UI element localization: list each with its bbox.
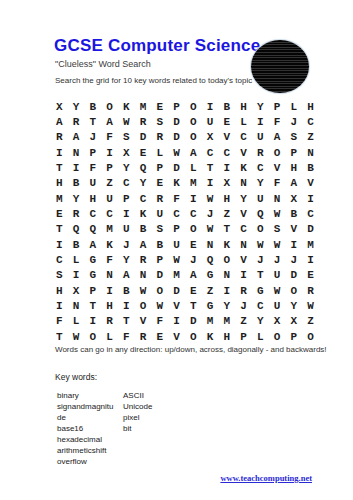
grid-cell: E — [152, 329, 169, 344]
grid-cell: Z — [302, 314, 319, 329]
grid-cell: V — [219, 130, 236, 145]
grid-cell: L — [235, 114, 252, 129]
grid-cell: H — [302, 99, 319, 114]
grid-cell: M — [135, 99, 152, 114]
grid-cell: C — [235, 222, 252, 237]
page-title: GCSE Computer Science — [54, 36, 260, 56]
grid-cell: Q — [68, 222, 85, 237]
grid-cell: J — [286, 114, 303, 129]
grid-cell: H — [51, 176, 68, 191]
grid-cell: R — [252, 145, 269, 160]
grid-cell: T — [252, 268, 269, 283]
grid-cell: S — [152, 222, 169, 237]
grid-cell: P — [152, 252, 169, 267]
grid-cell: U — [118, 222, 135, 237]
keyword-item: ASCII — [123, 390, 152, 401]
grid-cell: M — [302, 237, 319, 252]
grid-cell: I — [235, 268, 252, 283]
grid-cell: R — [152, 191, 169, 206]
grid-cell: P — [286, 329, 303, 344]
grid-cell: T — [51, 160, 68, 175]
grid-cell: F — [101, 130, 118, 145]
grid-cell: H — [101, 298, 118, 313]
grid-cell: I — [185, 191, 202, 206]
grid-cell: K — [235, 160, 252, 175]
grid-cell: W — [269, 283, 286, 298]
grid-cell: S — [269, 222, 286, 237]
keyword-item: pixel — [123, 412, 152, 423]
grid-cell: V — [235, 206, 252, 221]
grid-cell: Q — [85, 222, 102, 237]
grid-cell: B — [302, 160, 319, 175]
grid-cell: L — [185, 160, 202, 175]
grid-cell: C — [235, 130, 252, 145]
grid-cell: Q — [252, 206, 269, 221]
grid-cell: A — [269, 130, 286, 145]
grid-cell: C — [185, 206, 202, 221]
grid-cell: I — [85, 314, 102, 329]
grid-cell: Y — [219, 298, 236, 313]
grid-cell: A — [101, 114, 118, 129]
grid-cell: O — [185, 114, 202, 129]
grid-cell: Q — [202, 252, 219, 267]
grid-cell: T — [85, 298, 102, 313]
grid-cell: L — [68, 314, 85, 329]
grid-cell: T — [51, 222, 68, 237]
grid-cell: J — [286, 252, 303, 267]
grid-cell: A — [135, 237, 152, 252]
grid-cell: C — [135, 191, 152, 206]
grid-cell: O — [185, 130, 202, 145]
grid-cell: U — [252, 191, 269, 206]
grid-cell: O — [269, 145, 286, 160]
grid-cell: B — [118, 283, 135, 298]
grid-cell: R — [152, 130, 169, 145]
keyword-item: bit — [123, 423, 152, 434]
grid-cell: A — [118, 268, 135, 283]
grid-cell: Z — [101, 176, 118, 191]
grid-cell: D — [152, 268, 169, 283]
grid-cell: T — [85, 114, 102, 129]
grid-cell: E — [51, 206, 68, 221]
grid-cell: Y — [118, 160, 135, 175]
grid-cell: E — [185, 237, 202, 252]
grid-cell: V — [302, 176, 319, 191]
grid-cell: U — [152, 206, 169, 221]
grid-cell: J — [252, 252, 269, 267]
page-subtitle: "Clueless" Word Search — [55, 59, 151, 69]
grid-cell: P — [168, 99, 185, 114]
grid-cell: P — [85, 283, 102, 298]
grid-cell: K — [101, 237, 118, 252]
website-link[interactable]: www.teachcomputing.net — [220, 473, 312, 483]
grid-cell: H — [219, 329, 236, 344]
grid-cell: O — [185, 222, 202, 237]
grid-cell: J — [118, 237, 135, 252]
grid-cell: R — [235, 283, 252, 298]
grid-cell: N — [269, 191, 286, 206]
grid-cell: H — [51, 283, 68, 298]
grid-cell: N — [68, 145, 85, 160]
grid-cell: L — [152, 145, 169, 160]
grid-cell: A — [185, 268, 202, 283]
grid-cell: V — [286, 222, 303, 237]
grid-cell: Z — [235, 314, 252, 329]
grid-cell: S — [152, 114, 169, 129]
grid-cell: I — [168, 314, 185, 329]
grid-cell: D — [286, 268, 303, 283]
grid-cell: B — [135, 222, 152, 237]
instruction-text: Search the grid for 10 key words related… — [55, 76, 252, 85]
grid-cell: X — [118, 145, 135, 160]
grid-cell: A — [51, 114, 68, 129]
grid-cell: Y — [235, 191, 252, 206]
grid-cell: R — [135, 114, 152, 129]
vinyl-record-icon — [251, 40, 309, 93]
grid-cell: J — [85, 130, 102, 145]
keyword-item: binary — [57, 390, 113, 401]
grid-cell: G — [202, 268, 219, 283]
grid-cell: I — [118, 298, 135, 313]
keywords-right-column: ASCIIUnicodepixelbit — [123, 390, 152, 434]
grid-cell: X — [286, 191, 303, 206]
grid-cell: N — [135, 268, 152, 283]
grid-cell: X — [202, 130, 219, 145]
grid-cell: I — [68, 160, 85, 175]
grid-cell: X — [51, 99, 68, 114]
keyword-item: de — [57, 412, 113, 423]
grid-cell: I — [302, 191, 319, 206]
grid-cell: D — [168, 130, 185, 145]
grid-cell: O — [269, 329, 286, 344]
grid-cell: W — [269, 237, 286, 252]
grid-cell: H — [85, 191, 102, 206]
grid-cell: M — [51, 191, 68, 206]
grid-cell: W — [168, 145, 185, 160]
grid-cell: I — [219, 160, 236, 175]
grid-cell: D — [168, 114, 185, 129]
grid-cell: T — [118, 314, 135, 329]
grid-cell: C — [252, 160, 269, 175]
grid-cell: N — [235, 176, 252, 191]
grid-cell: O — [302, 329, 319, 344]
grid-cell: R — [101, 314, 118, 329]
grid-cell: X — [219, 176, 236, 191]
grid-cell: P — [269, 99, 286, 114]
grid-cell: V — [235, 252, 252, 267]
grid-cell: E — [302, 268, 319, 283]
grid-cell: P — [101, 160, 118, 175]
grid-cell: M — [101, 222, 118, 237]
grid-cell: G — [202, 298, 219, 313]
grid-cell: F — [85, 160, 102, 175]
grid-cell: U — [269, 298, 286, 313]
grid-cell: W — [302, 298, 319, 313]
grid-cell: W — [135, 283, 152, 298]
grid-cell: T — [202, 160, 219, 175]
grid-cell: M — [168, 268, 185, 283]
grid-cell: R — [302, 283, 319, 298]
grid-cell: S — [118, 130, 135, 145]
grid-cell: A — [286, 176, 303, 191]
grid-cell: T — [51, 329, 68, 344]
keywords-heading: Key words: — [55, 372, 97, 382]
grid-cell: P — [286, 145, 303, 160]
grid-cell: W — [118, 114, 135, 129]
grid-cell: I — [51, 298, 68, 313]
grid-cell: R — [135, 329, 152, 344]
grid-cell: C — [51, 252, 68, 267]
grid-cell: V — [235, 145, 252, 160]
grid-cell: E — [185, 283, 202, 298]
grid-cell: L — [68, 252, 85, 267]
grid-cell: R — [51, 130, 68, 145]
keyword-item: signandmagnitu — [57, 401, 113, 412]
grid-cell: L — [101, 329, 118, 344]
grid-cell: F — [269, 176, 286, 191]
grid-cell: Z — [202, 283, 219, 298]
grid-cell: I — [51, 237, 68, 252]
grid-cell: N — [101, 268, 118, 283]
grid-cell: Y — [252, 314, 269, 329]
keyword-item: hexadecimal — [57, 434, 113, 445]
grid-cell: W — [252, 237, 269, 252]
grid-cell: O — [252, 222, 269, 237]
grid-cell: B — [68, 237, 85, 252]
grid-cell: S — [51, 268, 68, 283]
grid-cell: H — [235, 99, 252, 114]
grid-cell: Y — [118, 252, 135, 267]
grid-cell: B — [219, 99, 236, 114]
grid-cell: K — [118, 99, 135, 114]
grid-cell: G — [85, 252, 102, 267]
grid-cell: I — [101, 283, 118, 298]
grid-cell: A — [68, 130, 85, 145]
grid-cell: P — [235, 329, 252, 344]
grid-cell: E — [219, 114, 236, 129]
grid-cell: A — [185, 145, 202, 160]
grid-cell: E — [152, 99, 169, 114]
grid-cell: H — [219, 191, 236, 206]
grid-cell: M — [219, 314, 236, 329]
grid-cell: T — [185, 298, 202, 313]
grid-cell: B — [286, 206, 303, 221]
grid-cell: U — [168, 237, 185, 252]
grid-cell: C — [168, 206, 185, 221]
grid-cell: B — [68, 176, 85, 191]
grid-cell: F — [269, 114, 286, 129]
grid-cell: Y — [68, 191, 85, 206]
grid-cell: J — [235, 298, 252, 313]
grid-cell: C — [302, 114, 319, 129]
grid-cell: N — [302, 145, 319, 160]
grid-cell: U — [202, 114, 219, 129]
grid-cell: W — [202, 191, 219, 206]
grid-cell: U — [101, 191, 118, 206]
grid-cell: Q — [135, 160, 152, 175]
grid-cell: F — [118, 329, 135, 344]
grid-cell: X — [269, 314, 286, 329]
grid-cell: I — [51, 145, 68, 160]
grid-cell: I — [286, 237, 303, 252]
grid-cell: G — [252, 283, 269, 298]
grid-cell: B — [152, 237, 169, 252]
grid-cell: X — [68, 283, 85, 298]
grid-cell: W — [202, 222, 219, 237]
grid-cell: D — [185, 314, 202, 329]
grid-cell: O — [185, 329, 202, 344]
grid-cell: Z — [302, 130, 319, 145]
keywords-left-column: binarysignandmagnitudebase16hexadecimala… — [57, 390, 113, 467]
grid-cell: F — [168, 191, 185, 206]
grid-cell: C — [252, 298, 269, 313]
grid-cell: W — [68, 329, 85, 344]
grid-cell: Y — [68, 99, 85, 114]
grid-cell: A — [85, 237, 102, 252]
grid-cell: K — [168, 176, 185, 191]
grid-cell: N — [68, 298, 85, 313]
grid-cell: I — [202, 99, 219, 114]
grid-cell: B — [85, 99, 102, 114]
grid-cell: L — [286, 99, 303, 114]
grid-cell: P — [168, 222, 185, 237]
grid-cell: Y — [252, 99, 269, 114]
grid-cell: E — [135, 145, 152, 160]
grid-cell: C — [219, 145, 236, 160]
grid-cell: K — [219, 237, 236, 252]
grid-cell: P — [118, 191, 135, 206]
grid-cell: R — [135, 252, 152, 267]
grid-cell: O — [152, 283, 169, 298]
grid-cell: C — [118, 176, 135, 191]
grid-cell: C — [202, 145, 219, 160]
grid-cell: C — [85, 206, 102, 221]
grid-cell: D — [135, 130, 152, 145]
grid-cell: U — [269, 268, 286, 283]
grid-cell: W — [269, 206, 286, 221]
grid-cell: R — [68, 206, 85, 221]
grid-cell: U — [85, 176, 102, 191]
grid-cell: I — [252, 114, 269, 129]
grid-cell: Y — [135, 176, 152, 191]
grid-cell: D — [302, 222, 319, 237]
grid-cell: X — [286, 314, 303, 329]
grid-cell: F — [51, 314, 68, 329]
grid-cell: Y — [252, 176, 269, 191]
grid-cell: D — [168, 160, 185, 175]
grid-cell: O — [135, 298, 152, 313]
grid-cell: D — [168, 283, 185, 298]
grid-cell: I — [202, 176, 219, 191]
grid-cell: O — [286, 283, 303, 298]
keyword-item: overflow — [57, 456, 113, 467]
grid-cell: I — [302, 252, 319, 267]
grid-cell: J — [202, 206, 219, 221]
grid-cell: U — [252, 130, 269, 145]
grid-cell: C — [101, 206, 118, 221]
keyword-item: Unicode — [123, 401, 152, 412]
grid-cell: N — [235, 237, 252, 252]
grid-cell: O — [185, 99, 202, 114]
grid-cell: N — [219, 268, 236, 283]
grid-cell: Z — [219, 206, 236, 221]
grid-cell: I — [219, 283, 236, 298]
grid-cell: J — [269, 252, 286, 267]
grid-cell: S — [286, 130, 303, 145]
grid-cell: F — [101, 252, 118, 267]
word-search-grid: XYBOKMEPOIBHYPLHARTAWRSDOUELIFJCRAJFSDRD… — [51, 99, 319, 345]
worksheet-page: GCSE Computer Science "Clueless" Word Se… — [0, 0, 353, 500]
grid-cell: T — [219, 222, 236, 237]
grid-cell: W — [168, 252, 185, 267]
grid-cell: M — [185, 176, 202, 191]
grid-cell: V — [269, 160, 286, 175]
grid-cell: E — [152, 176, 169, 191]
grid-cell: I — [68, 268, 85, 283]
grid-cell: N — [202, 237, 219, 252]
grid-cell: F — [152, 314, 169, 329]
directions-note: Words can go in any direction: up/down, … — [55, 345, 327, 354]
keyword-item: arithmeticshift — [57, 445, 113, 456]
grid-cell: V — [135, 314, 152, 329]
grid-cell: L — [252, 329, 269, 344]
grid-cell: O — [101, 99, 118, 114]
grid-cell: W — [152, 298, 169, 313]
grid-cell: V — [168, 329, 185, 344]
grid-cell: G — [85, 268, 102, 283]
grid-cell: O — [219, 252, 236, 267]
grid-cell: P — [85, 145, 102, 160]
grid-cell: K — [135, 206, 152, 221]
grid-cell: I — [118, 206, 135, 221]
grid-cell: H — [286, 160, 303, 175]
grid-cell: M — [202, 314, 219, 329]
grid-cell: K — [202, 329, 219, 344]
grid-cell: V — [168, 298, 185, 313]
grid-cell: O — [85, 329, 102, 344]
grid-cell: Y — [286, 298, 303, 313]
keyword-item: base16 — [57, 423, 113, 434]
grid-cell: J — [185, 252, 202, 267]
grid-cell: C — [302, 206, 319, 221]
grid-cell: P — [152, 160, 169, 175]
grid-cell: I — [101, 145, 118, 160]
grid-cell: R — [68, 114, 85, 129]
